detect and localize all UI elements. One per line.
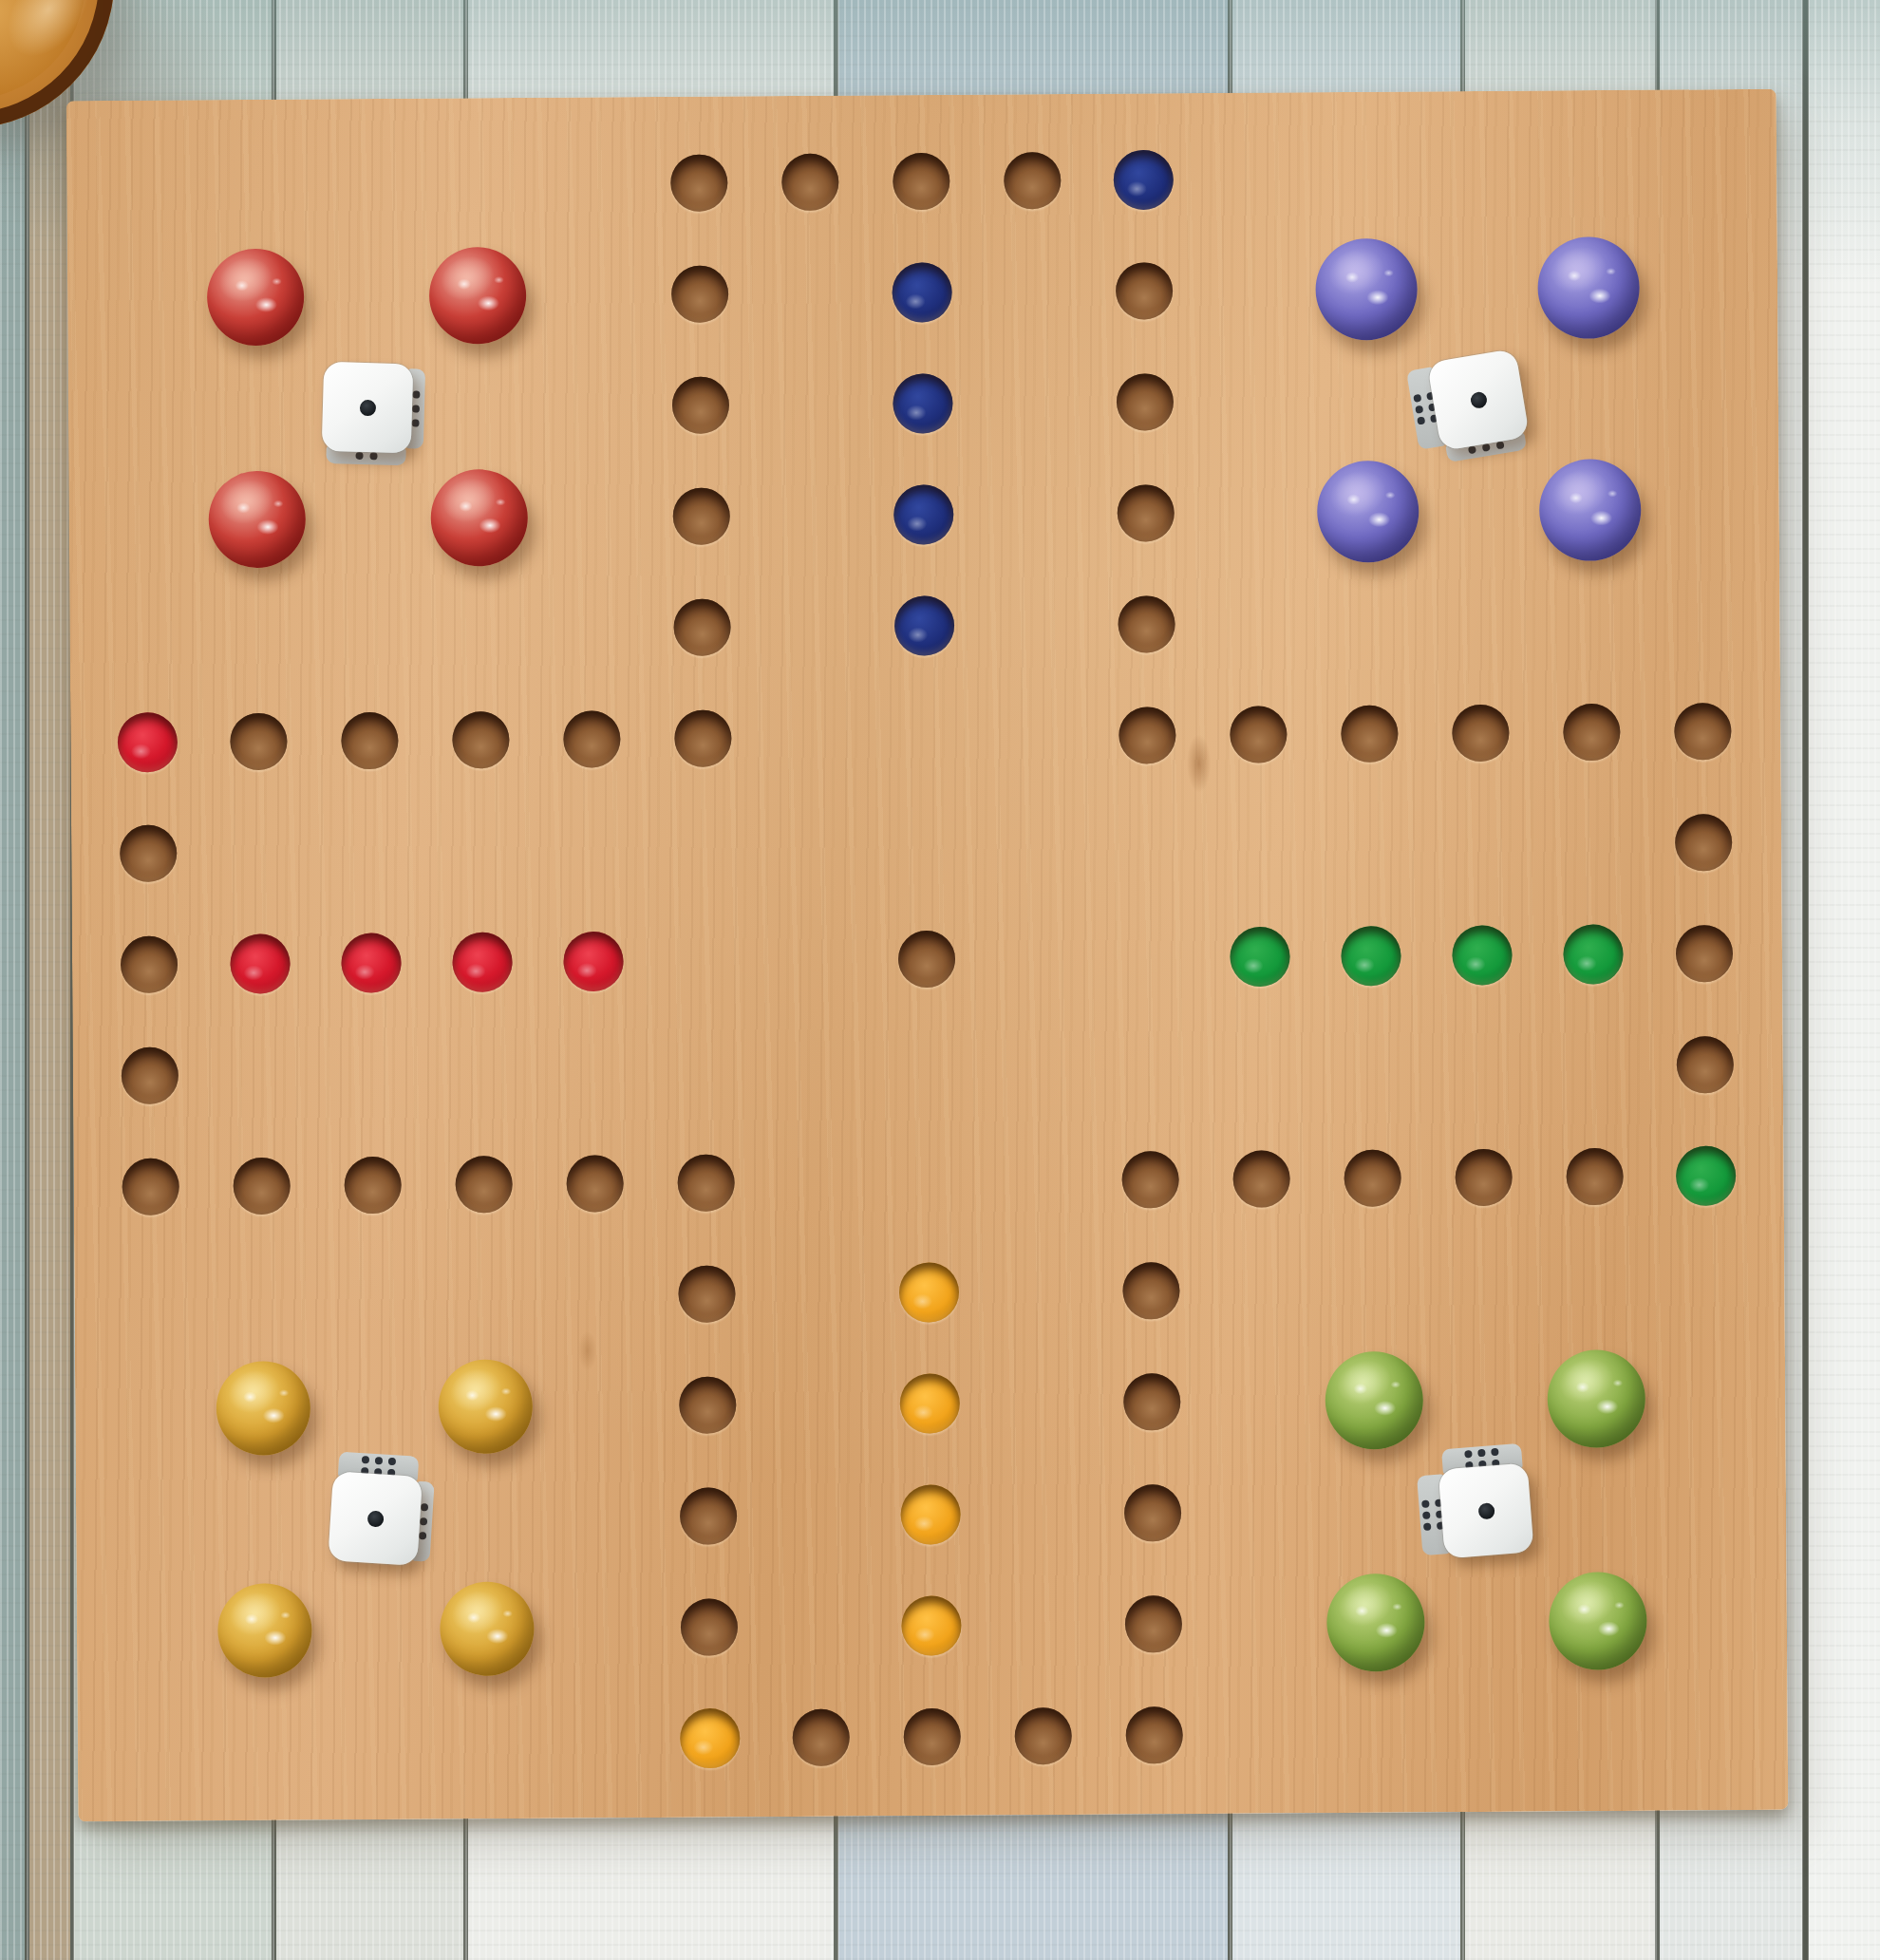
die-top-face-showing-1 bbox=[328, 1471, 423, 1566]
track-hole[interactable] bbox=[1004, 152, 1061, 209]
die-side-pip bbox=[412, 390, 420, 398]
die-side-pip bbox=[1495, 441, 1504, 449]
track-hole[interactable] bbox=[1676, 925, 1733, 982]
track-hole[interactable] bbox=[1121, 1151, 1178, 1208]
green-home-hole[interactable] bbox=[1341, 926, 1401, 986]
track-hole[interactable] bbox=[566, 1155, 623, 1212]
track-hole[interactable] bbox=[1455, 1149, 1512, 1206]
die-pip bbox=[1469, 390, 1488, 409]
track-hole[interactable] bbox=[121, 936, 178, 993]
track-hole[interactable] bbox=[793, 1709, 850, 1766]
track-hole[interactable] bbox=[1123, 1373, 1180, 1430]
die-side-pip bbox=[420, 1517, 427, 1525]
track-hole[interactable] bbox=[673, 598, 730, 655]
yellow-home-hole[interactable] bbox=[901, 1595, 961, 1655]
die-side-pip bbox=[375, 1457, 383, 1464]
track-hole[interactable] bbox=[1122, 1262, 1179, 1319]
die-side-pip bbox=[1422, 1511, 1431, 1519]
track-hole[interactable] bbox=[1344, 1150, 1401, 1207]
yellow-marble[interactable] bbox=[216, 1361, 310, 1456]
die-side-pip bbox=[1464, 1450, 1473, 1459]
blue-home-hole[interactable] bbox=[893, 373, 952, 433]
purple-marble[interactable] bbox=[1315, 238, 1418, 341]
die-top-face-showing-1 bbox=[1438, 1462, 1534, 1558]
yellow-home-hole[interactable] bbox=[900, 1373, 960, 1433]
track-hole[interactable] bbox=[1118, 484, 1175, 541]
track-hole[interactable] bbox=[670, 154, 727, 211]
die-bottom-left[interactable] bbox=[328, 1471, 423, 1566]
die-pip bbox=[1477, 1502, 1495, 1519]
track-hole[interactable] bbox=[1341, 706, 1398, 763]
track-hole[interactable] bbox=[1677, 1036, 1734, 1093]
purple-marble[interactable] bbox=[1317, 461, 1419, 563]
track-hole[interactable] bbox=[893, 153, 949, 210]
track-hole[interactable] bbox=[1118, 595, 1175, 652]
blue-home-hole[interactable] bbox=[892, 262, 951, 322]
track-hole[interactable] bbox=[674, 709, 731, 766]
yellow-home-hole[interactable] bbox=[900, 1484, 960, 1544]
track-hole[interactable] bbox=[344, 1157, 401, 1214]
red-marble[interactable] bbox=[430, 469, 528, 567]
track-hole[interactable] bbox=[1015, 1707, 1072, 1764]
yellow-come-out-hole[interactable] bbox=[680, 1708, 740, 1768]
green-marble[interactable] bbox=[1547, 1349, 1645, 1448]
die-side-pip bbox=[1417, 416, 1425, 424]
purple-marble[interactable] bbox=[1539, 459, 1642, 561]
die-pip bbox=[359, 399, 375, 415]
die-side-pip bbox=[412, 405, 420, 412]
die-top-face-showing-1 bbox=[1427, 349, 1530, 451]
track-hole[interactable] bbox=[1116, 262, 1173, 319]
track-hole[interactable] bbox=[1119, 707, 1175, 763]
track-hole[interactable] bbox=[1125, 1595, 1182, 1652]
die-side-pip bbox=[1415, 405, 1423, 414]
red-home-hole[interactable] bbox=[230, 933, 290, 993]
die-side-pip bbox=[1477, 1449, 1486, 1458]
die-side-pip bbox=[355, 452, 363, 460]
die-side-pip bbox=[369, 452, 377, 460]
die-side-pip bbox=[421, 1503, 428, 1511]
track-hole[interactable] bbox=[452, 711, 509, 768]
die-side-pip bbox=[1413, 394, 1421, 403]
die-side-pip bbox=[1491, 1448, 1499, 1457]
die-side-pip bbox=[419, 1532, 426, 1539]
die-top-right[interactable] bbox=[1427, 349, 1530, 451]
track-hole[interactable] bbox=[1674, 703, 1731, 760]
track-hole[interactable] bbox=[120, 825, 177, 882]
die-side-pip bbox=[411, 419, 419, 426]
game-board bbox=[66, 89, 1789, 1822]
yellow-home-hole[interactable] bbox=[899, 1262, 959, 1322]
track-hole[interactable] bbox=[230, 713, 287, 770]
die-top-face-showing-1 bbox=[322, 362, 414, 454]
track-hole[interactable] bbox=[1563, 704, 1620, 761]
green-home-hole[interactable] bbox=[1230, 927, 1289, 987]
track-hole[interactable] bbox=[1675, 814, 1732, 871]
track-hole[interactable] bbox=[233, 1158, 290, 1215]
track-hole[interactable] bbox=[678, 1265, 735, 1322]
green-marble[interactable] bbox=[1325, 1351, 1423, 1450]
track-hole[interactable] bbox=[671, 265, 728, 322]
track-hole[interactable] bbox=[122, 1047, 179, 1104]
blue-home-hole[interactable] bbox=[894, 595, 954, 655]
blue-home-hole[interactable] bbox=[893, 484, 953, 544]
green-home-hole[interactable] bbox=[1563, 924, 1623, 984]
yellow-marble[interactable] bbox=[438, 1359, 533, 1454]
die-side-pip bbox=[1468, 445, 1476, 454]
green-home-hole[interactable] bbox=[1452, 925, 1512, 985]
track-hole[interactable] bbox=[1124, 1484, 1181, 1541]
red-marble[interactable] bbox=[207, 249, 305, 347]
yellow-marble[interactable] bbox=[440, 1581, 535, 1676]
die-side-pip bbox=[388, 1458, 396, 1465]
die-side-pip bbox=[1423, 1522, 1432, 1531]
track-hole[interactable] bbox=[680, 1487, 737, 1544]
green-come-out-hole[interactable] bbox=[1676, 1146, 1736, 1206]
green-marble[interactable] bbox=[1549, 1572, 1647, 1670]
die-side-pip bbox=[1421, 1499, 1430, 1508]
track-hole[interactable] bbox=[681, 1598, 738, 1655]
blue-come-out-hole[interactable] bbox=[1114, 150, 1174, 210]
track-hole[interactable] bbox=[672, 376, 729, 433]
table-photo bbox=[0, 0, 1880, 1960]
center-shortcut-hole[interactable] bbox=[898, 931, 955, 988]
die-top-left[interactable] bbox=[322, 362, 414, 454]
track-hole[interactable] bbox=[122, 1159, 179, 1216]
track-hole[interactable] bbox=[1566, 1148, 1623, 1205]
red-marble[interactable] bbox=[208, 471, 306, 569]
track-hole[interactable] bbox=[904, 1708, 961, 1765]
die-pip bbox=[367, 1510, 384, 1527]
red-home-hole[interactable] bbox=[452, 933, 512, 992]
track-hole[interactable] bbox=[673, 487, 730, 544]
green-marble[interactable] bbox=[1326, 1574, 1425, 1672]
track-hole[interactable] bbox=[677, 1154, 734, 1211]
track-hole[interactable] bbox=[1452, 705, 1509, 762]
track-hole[interactable] bbox=[1117, 373, 1174, 430]
die-bottom-right[interactable] bbox=[1438, 1462, 1534, 1558]
track-hole[interactable] bbox=[563, 710, 620, 767]
track-hole[interactable] bbox=[1230, 706, 1287, 763]
red-come-out-hole[interactable] bbox=[118, 712, 178, 772]
purple-marble[interactable] bbox=[1537, 236, 1640, 339]
red-home-hole[interactable] bbox=[563, 932, 623, 991]
track-hole[interactable] bbox=[455, 1156, 512, 1213]
die-side-pip bbox=[362, 1456, 369, 1463]
track-hole[interactable] bbox=[1232, 1150, 1289, 1207]
track-hole[interactable] bbox=[341, 712, 398, 769]
track-hole[interactable] bbox=[781, 154, 838, 211]
track-hole[interactable] bbox=[1126, 1706, 1183, 1763]
track-hole[interactable] bbox=[679, 1376, 736, 1433]
die-side-pip bbox=[1482, 443, 1491, 452]
red-marble[interactable] bbox=[429, 247, 527, 345]
red-home-hole[interactable] bbox=[341, 933, 401, 992]
yellow-marble[interactable] bbox=[217, 1583, 312, 1678]
